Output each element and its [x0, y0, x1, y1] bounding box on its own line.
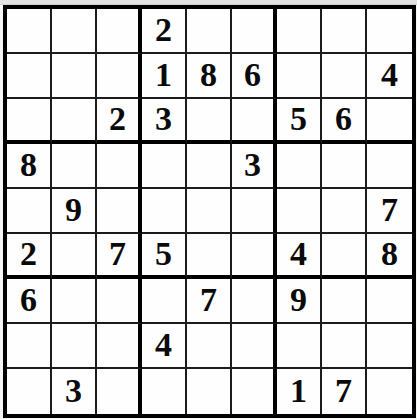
cell-r9c5[interactable] [187, 369, 232, 414]
cell-r4c1[interactable]: 8 [7, 144, 52, 189]
cell-r8c4[interactable]: 4 [142, 324, 187, 369]
given-digit: 9 [65, 193, 82, 227]
cell-r2c1[interactable] [7, 54, 52, 99]
cell-r8c6[interactable] [232, 324, 277, 369]
cell-r7c8[interactable] [322, 279, 367, 324]
cell-r6c6[interactable] [232, 234, 277, 279]
cell-r6c8[interactable] [322, 234, 367, 279]
given-digit: 3 [244, 148, 261, 182]
given-digit: 8 [20, 148, 37, 182]
cell-r1c5[interactable] [187, 9, 232, 54]
cell-r9c3[interactable] [97, 369, 142, 414]
given-digit: 4 [290, 237, 307, 271]
given-digit: 2 [20, 237, 37, 271]
cell-r1c4[interactable]: 2 [142, 9, 187, 54]
cell-r1c2[interactable] [52, 9, 97, 54]
given-digit: 4 [155, 328, 172, 362]
cell-r3c3[interactable]: 2 [97, 99, 142, 144]
cell-r1c6[interactable] [232, 9, 277, 54]
given-digit: 5 [155, 237, 172, 271]
cell-r4c6[interactable]: 3 [232, 144, 277, 189]
given-digit: 7 [109, 237, 126, 271]
cell-r4c7[interactable] [277, 144, 322, 189]
given-digit: 8 [381, 237, 398, 271]
cell-r8c7[interactable] [277, 324, 322, 369]
given-digit: 6 [335, 102, 352, 136]
cell-r8c9[interactable] [367, 324, 412, 369]
given-digit: 1 [155, 58, 172, 92]
given-digit: 1 [290, 374, 307, 408]
cell-r6c9[interactable]: 8 [367, 234, 412, 279]
cell-r5c1[interactable] [7, 189, 52, 234]
cell-r6c7[interactable]: 4 [277, 234, 322, 279]
given-digit: 2 [155, 13, 172, 47]
cell-r3c5[interactable] [187, 99, 232, 144]
cell-r9c4[interactable] [142, 369, 187, 414]
cell-r2c5[interactable]: 8 [187, 54, 232, 99]
cell-r4c4[interactable] [142, 144, 187, 189]
cell-r9c1[interactable] [7, 369, 52, 414]
cell-r2c2[interactable] [52, 54, 97, 99]
cell-r4c8[interactable] [322, 144, 367, 189]
cell-r1c3[interactable] [97, 9, 142, 54]
cell-r6c5[interactable] [187, 234, 232, 279]
cell-r9c2[interactable]: 3 [52, 369, 97, 414]
cell-r7c3[interactable] [97, 279, 142, 324]
cell-r2c7[interactable] [277, 54, 322, 99]
cell-r7c5[interactable]: 7 [187, 279, 232, 324]
given-digit: 8 [200, 58, 217, 92]
cell-r6c1[interactable]: 2 [7, 234, 52, 279]
given-digit: 9 [290, 283, 307, 317]
cell-r5c3[interactable] [97, 189, 142, 234]
cell-r9c7[interactable]: 1 [277, 369, 322, 414]
given-digit: 5 [290, 102, 307, 136]
cell-r7c1[interactable]: 6 [7, 279, 52, 324]
cell-r8c2[interactable] [52, 324, 97, 369]
cell-r1c8[interactable] [322, 9, 367, 54]
cell-r5c2[interactable]: 9 [52, 189, 97, 234]
cell-r1c1[interactable] [7, 9, 52, 54]
cell-r2c6[interactable]: 6 [232, 54, 277, 99]
cell-r7c9[interactable] [367, 279, 412, 324]
cell-r2c8[interactable] [322, 54, 367, 99]
cell-r8c8[interactable] [322, 324, 367, 369]
sudoku-board: 2186423568397275486794317 [3, 5, 416, 418]
cell-r7c2[interactable] [52, 279, 97, 324]
cell-r4c3[interactable] [97, 144, 142, 189]
cell-r7c7[interactable]: 9 [277, 279, 322, 324]
cell-r5c8[interactable] [322, 189, 367, 234]
cell-r4c5[interactable] [187, 144, 232, 189]
given-digit: 6 [244, 58, 261, 92]
cell-r3c2[interactable] [52, 99, 97, 144]
cell-r3c7[interactable]: 5 [277, 99, 322, 144]
cell-r5c4[interactable] [142, 189, 187, 234]
cell-r3c8[interactable]: 6 [322, 99, 367, 144]
given-digit: 7 [200, 283, 217, 317]
cell-r8c3[interactable] [97, 324, 142, 369]
cell-r7c6[interactable] [232, 279, 277, 324]
given-digit: 7 [335, 374, 352, 408]
cell-r6c4[interactable]: 5 [142, 234, 187, 279]
given-digit: 3 [155, 102, 172, 136]
given-digit: 2 [109, 102, 126, 136]
cell-r8c1[interactable] [7, 324, 52, 369]
cell-r3c9[interactable] [367, 99, 412, 144]
cell-r6c3[interactable]: 7 [97, 234, 142, 279]
cell-r4c2[interactable] [52, 144, 97, 189]
given-digit: 7 [381, 193, 398, 227]
cell-r9c8[interactable]: 7 [322, 369, 367, 414]
cell-r4c9[interactable] [367, 144, 412, 189]
cell-r3c6[interactable] [232, 99, 277, 144]
cell-r5c6[interactable] [232, 189, 277, 234]
cell-r2c9[interactable]: 4 [367, 54, 412, 99]
cell-r6c2[interactable] [52, 234, 97, 279]
cell-r1c7[interactable] [277, 9, 322, 54]
given-digit: 3 [65, 374, 82, 408]
cell-r5c5[interactable] [187, 189, 232, 234]
cell-r5c7[interactable] [277, 189, 322, 234]
given-digit: 6 [20, 283, 37, 317]
cell-r1c9[interactable] [367, 9, 412, 54]
cell-r9c6[interactable] [232, 369, 277, 414]
cell-r9c9[interactable] [367, 369, 412, 414]
cell-r7c4[interactable] [142, 279, 187, 324]
cell-r3c4[interactable]: 3 [142, 99, 187, 144]
cell-r5c9[interactable]: 7 [367, 189, 412, 234]
cell-r3c1[interactable] [7, 99, 52, 144]
cell-r2c3[interactable] [97, 54, 142, 99]
cell-r8c5[interactable] [187, 324, 232, 369]
cell-r2c4[interactable]: 1 [142, 54, 187, 99]
given-digit: 4 [381, 58, 398, 92]
